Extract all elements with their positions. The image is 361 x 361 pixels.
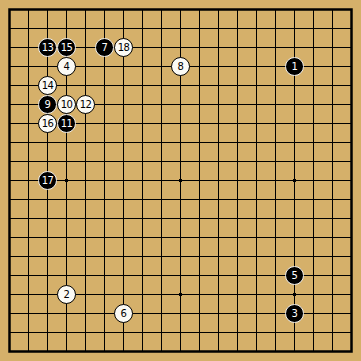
stone-white-e14[interactable]: 12: [76, 95, 95, 114]
move-number: 15: [61, 42, 73, 52]
stone-black-f17[interactable]: 7: [95, 38, 114, 57]
move-number: 4: [64, 61, 70, 71]
stone-black-c14[interactable]: 9: [38, 95, 57, 114]
stone-black-q3[interactable]: 3: [285, 304, 304, 323]
move-number: 14: [42, 80, 54, 90]
move-number: 13: [42, 42, 54, 52]
move-number: 8: [178, 61, 184, 71]
stone-black-q16[interactable]: 1: [285, 57, 304, 76]
move-number: 7: [102, 42, 108, 52]
move-number: 1: [292, 61, 298, 71]
move-number: 3: [292, 308, 298, 318]
stone-black-q5[interactable]: 5: [285, 266, 304, 285]
stone-white-k16[interactable]: 8: [171, 57, 190, 76]
move-number: 11: [61, 118, 73, 128]
move-number: 17: [42, 175, 54, 185]
stone-black-c10[interactable]: 17: [38, 171, 57, 190]
stone-white-c15[interactable]: 14: [38, 76, 57, 95]
go-diagram-page: 123456789101112131415161718: [0, 0, 361, 361]
stone-white-d4[interactable]: 2: [57, 285, 76, 304]
stone-white-c13[interactable]: 16: [38, 114, 57, 133]
stone-black-d13[interactable]: 11: [57, 114, 76, 133]
stones-layer: 123456789101112131415161718: [0, 0, 361, 361]
move-number: 10: [61, 99, 73, 109]
move-number: 5: [292, 270, 298, 280]
move-number: 9: [45, 99, 51, 109]
stone-white-d16[interactable]: 4: [57, 57, 76, 76]
go-board[interactable]: 123456789101112131415161718: [0, 0, 361, 361]
move-number: 18: [118, 42, 130, 52]
stone-white-g3[interactable]: 6: [114, 304, 133, 323]
move-number: 2: [64, 289, 70, 299]
stone-white-g17[interactable]: 18: [114, 38, 133, 57]
move-number: 6: [121, 308, 127, 318]
move-number: 12: [80, 99, 92, 109]
stone-black-d17[interactable]: 15: [57, 38, 76, 57]
stone-black-c17[interactable]: 13: [38, 38, 57, 57]
stone-white-d14[interactable]: 10: [57, 95, 76, 114]
move-number: 16: [42, 118, 54, 128]
